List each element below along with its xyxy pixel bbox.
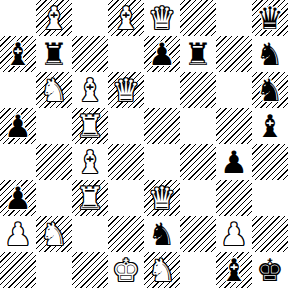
square-d2[interactable] xyxy=(108,216,144,252)
piece-white-bishop: ♝ xyxy=(76,144,104,180)
square-a7[interactable]: ♝ xyxy=(0,36,36,72)
piece-black-bishop: ♝ xyxy=(256,108,284,144)
square-c4[interactable]: ♝ xyxy=(72,144,108,180)
piece-black-pawn: ♟ xyxy=(148,36,176,72)
square-f7[interactable]: ♜ xyxy=(180,36,216,72)
square-d3[interactable] xyxy=(108,180,144,216)
square-g5[interactable] xyxy=(216,108,252,144)
piece-black-knight: ♞ xyxy=(148,216,176,252)
piece-black-king: ♚ xyxy=(256,252,284,288)
square-c2[interactable] xyxy=(72,216,108,252)
square-a3[interactable]: ♟ xyxy=(0,180,36,216)
square-h2[interactable] xyxy=(252,216,288,252)
piece-white-rook: ♜ xyxy=(76,108,104,144)
piece-white-king: ♚ xyxy=(112,252,140,288)
square-b3[interactable] xyxy=(36,180,72,216)
square-f5[interactable] xyxy=(180,108,216,144)
square-d8[interactable]: ♝ xyxy=(108,0,144,36)
piece-black-queen: ♛ xyxy=(256,0,284,36)
square-c1[interactable] xyxy=(72,252,108,288)
square-h3[interactable] xyxy=(252,180,288,216)
square-e3[interactable]: ♛ xyxy=(144,180,180,216)
square-b6[interactable]: ♞ xyxy=(36,72,72,108)
square-g8[interactable] xyxy=(216,0,252,36)
square-h8[interactable]: ♛ xyxy=(252,0,288,36)
square-h7[interactable]: ♞ xyxy=(252,36,288,72)
square-h1[interactable]: ♚ xyxy=(252,252,288,288)
piece-black-knight: ♞ xyxy=(256,72,284,108)
piece-black-pawn: ♟ xyxy=(4,180,32,216)
square-d6[interactable]: ♛ xyxy=(108,72,144,108)
square-d4[interactable] xyxy=(108,144,144,180)
square-c7[interactable] xyxy=(72,36,108,72)
square-b5[interactable] xyxy=(36,108,72,144)
square-b8[interactable]: ♝ xyxy=(36,0,72,36)
square-d1[interactable]: ♚ xyxy=(108,252,144,288)
piece-black-pawn: ♟ xyxy=(220,144,248,180)
square-c5[interactable]: ♜ xyxy=(72,108,108,144)
piece-white-queen: ♛ xyxy=(148,0,176,36)
square-a5[interactable]: ♟ xyxy=(0,108,36,144)
square-g3[interactable] xyxy=(216,180,252,216)
square-c8[interactable] xyxy=(72,0,108,36)
square-e4[interactable] xyxy=(144,144,180,180)
square-f6[interactable] xyxy=(180,72,216,108)
square-b7[interactable]: ♜ xyxy=(36,36,72,72)
square-f3[interactable] xyxy=(180,180,216,216)
piece-white-queen: ♛ xyxy=(112,72,140,108)
square-g2[interactable]: ♟ xyxy=(216,216,252,252)
piece-black-rook: ♜ xyxy=(40,36,68,72)
square-f2[interactable] xyxy=(180,216,216,252)
square-b1[interactable] xyxy=(36,252,72,288)
square-a6[interactable] xyxy=(0,72,36,108)
square-b4[interactable] xyxy=(36,144,72,180)
piece-black-pawn: ♟ xyxy=(4,108,32,144)
square-g6[interactable] xyxy=(216,72,252,108)
piece-white-pawn: ♟ xyxy=(220,216,248,252)
square-h4[interactable] xyxy=(252,144,288,180)
square-g1[interactable]: ♝ xyxy=(216,252,252,288)
piece-black-bishop: ♝ xyxy=(4,36,32,72)
piece-white-knight: ♞ xyxy=(40,216,68,252)
square-c6[interactable]: ♝ xyxy=(72,72,108,108)
piece-white-queen: ♛ xyxy=(148,180,176,216)
square-h6[interactable]: ♞ xyxy=(252,72,288,108)
square-g7[interactable] xyxy=(216,36,252,72)
square-b2[interactable]: ♞ xyxy=(36,216,72,252)
square-f8[interactable] xyxy=(180,0,216,36)
piece-white-bishop: ♝ xyxy=(76,72,104,108)
piece-black-bishop: ♝ xyxy=(220,252,248,288)
square-f1[interactable] xyxy=(180,252,216,288)
square-d7[interactable] xyxy=(108,36,144,72)
piece-white-knight: ♞ xyxy=(40,72,68,108)
square-a1[interactable] xyxy=(0,252,36,288)
square-h5[interactable]: ♝ xyxy=(252,108,288,144)
square-g4[interactable]: ♟ xyxy=(216,144,252,180)
square-f4[interactable] xyxy=(180,144,216,180)
piece-black-knight: ♞ xyxy=(256,36,284,72)
square-e1[interactable]: ♞ xyxy=(144,252,180,288)
square-a2[interactable]: ♟ xyxy=(0,216,36,252)
square-e8[interactable]: ♛ xyxy=(144,0,180,36)
square-d5[interactable] xyxy=(108,108,144,144)
chess-board: ♝♝♛♛♝♜♟♜♞♞♝♛♞♟♜♝♝♟♟♜♛♟♞♞♟♚♞♝♚ xyxy=(0,0,288,288)
piece-white-bishop: ♝ xyxy=(40,0,68,36)
piece-white-bishop: ♝ xyxy=(112,0,140,36)
piece-white-knight: ♞ xyxy=(148,252,176,288)
square-c3[interactable]: ♜ xyxy=(72,180,108,216)
square-a8[interactable] xyxy=(0,0,36,36)
square-e7[interactable]: ♟ xyxy=(144,36,180,72)
square-e2[interactable]: ♞ xyxy=(144,216,180,252)
square-e6[interactable] xyxy=(144,72,180,108)
piece-white-rook: ♜ xyxy=(76,180,104,216)
square-e5[interactable] xyxy=(144,108,180,144)
square-a4[interactable] xyxy=(0,144,36,180)
piece-black-rook: ♜ xyxy=(184,36,212,72)
piece-white-pawn: ♟ xyxy=(4,216,32,252)
